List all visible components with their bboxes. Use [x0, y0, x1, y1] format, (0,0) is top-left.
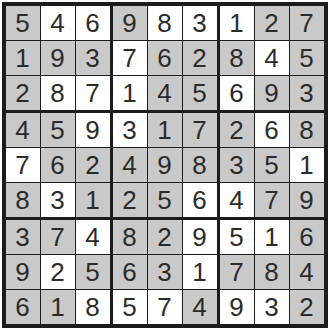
cell-r3c3[interactable]: 7 — [76, 76, 113, 113]
sudoku-board: 5469831271937628452871456934593172687624… — [2, 2, 328, 328]
cell-r9c1[interactable]: 6 — [6, 290, 41, 324]
cell-r2c9[interactable]: 5 — [290, 41, 324, 76]
cell-r3c2[interactable]: 8 — [41, 76, 76, 113]
cell-r9c6[interactable]: 4 — [183, 290, 220, 324]
cell-r9c5[interactable]: 7 — [148, 290, 183, 324]
cell-r8c1[interactable]: 9 — [6, 255, 41, 290]
cell-r1c4[interactable]: 9 — [113, 6, 148, 41]
cell-r4c5[interactable]: 1 — [148, 113, 183, 148]
cell-r9c8[interactable]: 3 — [255, 290, 290, 324]
cell-r7c8[interactable]: 1 — [255, 220, 290, 255]
cell-r1c8[interactable]: 2 — [255, 6, 290, 41]
cell-r9c2[interactable]: 1 — [41, 290, 76, 324]
cell-r4c9[interactable]: 8 — [290, 113, 324, 148]
cell-r5c2[interactable]: 6 — [41, 148, 76, 183]
cell-r7c1[interactable]: 3 — [6, 220, 41, 255]
cell-r5c8[interactable]: 5 — [255, 148, 290, 183]
cell-r1c5[interactable]: 8 — [148, 6, 183, 41]
cell-r3c9[interactable]: 3 — [290, 76, 324, 113]
cell-r5c3[interactable]: 2 — [76, 148, 113, 183]
cell-r4c7[interactable]: 2 — [220, 113, 255, 148]
cell-r2c4[interactable]: 7 — [113, 41, 148, 76]
cell-r7c9[interactable]: 6 — [290, 220, 324, 255]
cell-r9c4[interactable]: 5 — [113, 290, 148, 324]
cell-r6c2[interactable]: 3 — [41, 183, 76, 220]
cell-r5c4[interactable]: 4 — [113, 148, 148, 183]
cell-r2c5[interactable]: 6 — [148, 41, 183, 76]
cell-r7c7[interactable]: 5 — [220, 220, 255, 255]
cell-r2c3[interactable]: 3 — [76, 41, 113, 76]
cell-r4c2[interactable]: 5 — [41, 113, 76, 148]
cell-r5c5[interactable]: 9 — [148, 148, 183, 183]
cell-r7c2[interactable]: 7 — [41, 220, 76, 255]
cell-r8c6[interactable]: 1 — [183, 255, 220, 290]
cell-r4c1[interactable]: 4 — [6, 113, 41, 148]
cell-r7c4[interactable]: 8 — [113, 220, 148, 255]
cell-r7c3[interactable]: 4 — [76, 220, 113, 255]
cell-r6c3[interactable]: 1 — [76, 183, 113, 220]
cell-r2c1[interactable]: 1 — [6, 41, 41, 76]
cell-r2c8[interactable]: 4 — [255, 41, 290, 76]
cell-r4c8[interactable]: 6 — [255, 113, 290, 148]
cell-r2c2[interactable]: 9 — [41, 41, 76, 76]
cell-r3c8[interactable]: 9 — [255, 76, 290, 113]
cell-r8c9[interactable]: 4 — [290, 255, 324, 290]
cell-r5c7[interactable]: 3 — [220, 148, 255, 183]
cell-r6c6[interactable]: 6 — [183, 183, 220, 220]
cell-r1c3[interactable]: 6 — [76, 6, 113, 41]
cell-r6c4[interactable]: 2 — [113, 183, 148, 220]
cell-r1c7[interactable]: 1 — [220, 6, 255, 41]
cell-r2c6[interactable]: 2 — [183, 41, 220, 76]
page: 5469831271937628452871456934593172687624… — [0, 0, 329, 329]
cell-r8c5[interactable]: 3 — [148, 255, 183, 290]
cell-r3c5[interactable]: 4 — [148, 76, 183, 113]
cell-r2c7[interactable]: 8 — [220, 41, 255, 76]
cell-r4c6[interactable]: 7 — [183, 113, 220, 148]
cell-r6c5[interactable]: 5 — [148, 183, 183, 220]
cell-r3c4[interactable]: 1 — [113, 76, 148, 113]
cell-r1c2[interactable]: 4 — [41, 6, 76, 41]
cell-r1c1[interactable]: 5 — [6, 6, 41, 41]
cell-r8c2[interactable]: 2 — [41, 255, 76, 290]
cell-r6c8[interactable]: 7 — [255, 183, 290, 220]
cell-r8c8[interactable]: 8 — [255, 255, 290, 290]
cell-r3c7[interactable]: 6 — [220, 76, 255, 113]
cell-r9c3[interactable]: 8 — [76, 290, 113, 324]
cell-r4c4[interactable]: 3 — [113, 113, 148, 148]
cell-r8c3[interactable]: 5 — [76, 255, 113, 290]
cell-r6c9[interactable]: 9 — [290, 183, 324, 220]
cell-r8c4[interactable]: 6 — [113, 255, 148, 290]
cell-r8c7[interactable]: 7 — [220, 255, 255, 290]
cell-r3c6[interactable]: 5 — [183, 76, 220, 113]
cell-r9c7[interactable]: 9 — [220, 290, 255, 324]
cell-r1c6[interactable]: 3 — [183, 6, 220, 41]
cell-r1c9[interactable]: 7 — [290, 6, 324, 41]
cell-r7c5[interactable]: 2 — [148, 220, 183, 255]
cell-r5c9[interactable]: 1 — [290, 148, 324, 183]
cell-r3c1[interactable]: 2 — [6, 76, 41, 113]
cell-r5c1[interactable]: 7 — [6, 148, 41, 183]
cell-r6c7[interactable]: 4 — [220, 183, 255, 220]
cell-r5c6[interactable]: 8 — [183, 148, 220, 183]
cell-r6c1[interactable]: 8 — [6, 183, 41, 220]
cell-r4c3[interactable]: 9 — [76, 113, 113, 148]
cell-r7c6[interactable]: 9 — [183, 220, 220, 255]
cell-r9c9[interactable]: 2 — [290, 290, 324, 324]
